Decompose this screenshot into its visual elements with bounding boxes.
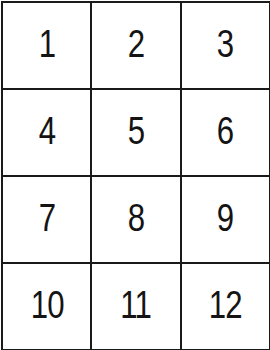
card-9: 9 [182,177,269,262]
card-number: 5 [128,112,145,150]
card-7: 7 [3,177,90,262]
card-number: 11 [121,286,152,324]
card-number: 10 [30,286,63,324]
card-12: 12 [182,264,269,349]
card-number: 8 [128,199,145,237]
card-number: 4 [38,112,55,150]
card-number: 3 [217,25,234,63]
card-6: 6 [182,90,269,175]
card-number: 9 [217,199,234,237]
card-8: 8 [92,177,179,262]
card-number: 7 [38,199,55,237]
card-11: 11 [92,264,179,349]
card-grid: 1 2 3 4 5 6 7 8 9 10 11 [1,1,270,350]
number-card-sheet: 1 2 3 4 5 6 7 8 9 10 11 [0,0,270,350]
card-5: 5 [92,90,179,175]
card-number: 6 [217,112,234,150]
card-2: 2 [92,3,179,88]
card-number: 12 [209,286,242,324]
card-3: 3 [182,3,269,88]
card-1: 1 [3,3,90,88]
card-10: 10 [3,264,90,349]
card-number: 2 [128,25,145,63]
card-4: 4 [3,90,90,175]
card-number: 1 [38,25,55,63]
